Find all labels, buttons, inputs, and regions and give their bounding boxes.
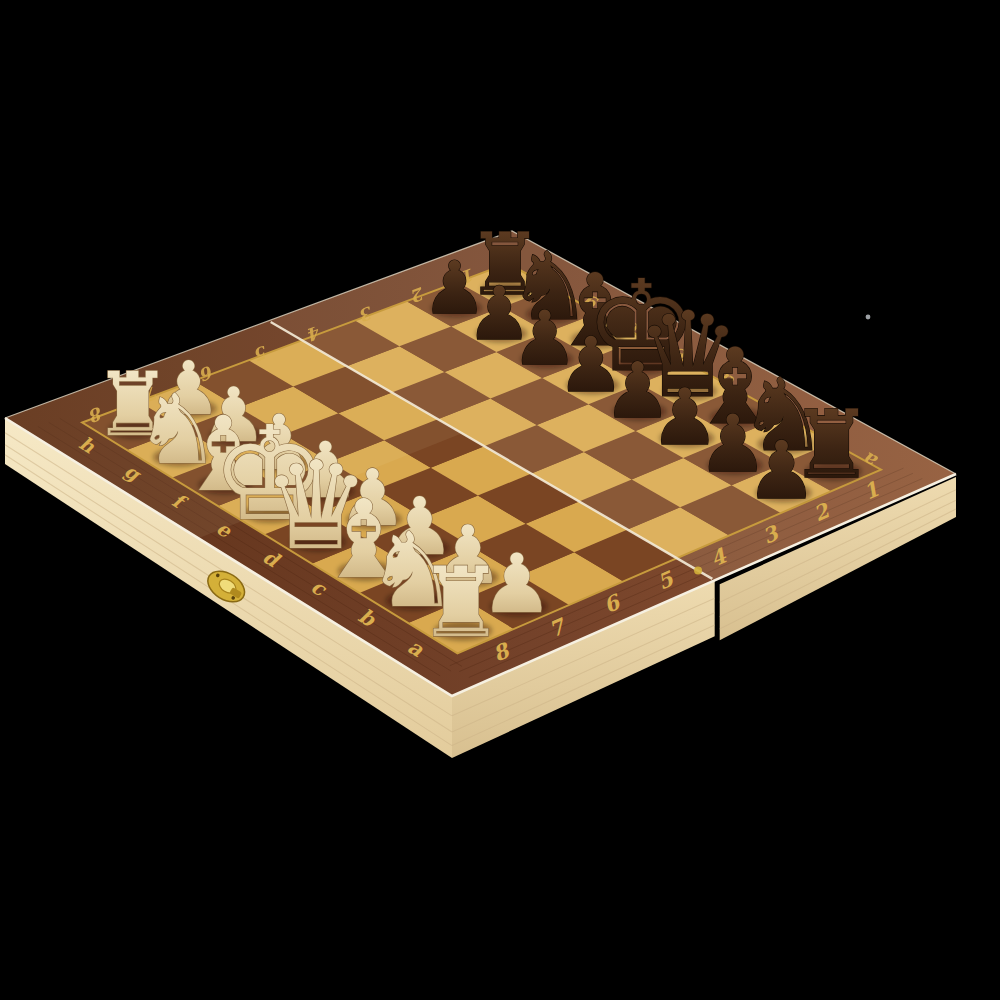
piece-white-rook-a8: ♜ — [417, 546, 504, 659]
piece-glyph: ♟ — [746, 424, 818, 517]
hinge-glint — [694, 567, 702, 575]
dust-speck — [866, 315, 871, 320]
piece-glyph: ♜ — [417, 546, 504, 659]
product-photo-chess-set: aabbccddeeffgghh8877665544332211♜♟♞♟♝♟♚♟… — [0, 0, 1000, 1000]
piece-black-pawn-a2: ♟ — [746, 424, 818, 517]
chess-board-scene: aabbccddeeffgghh8877665544332211♜♟♞♟♝♟♚♟… — [0, 0, 1000, 1000]
